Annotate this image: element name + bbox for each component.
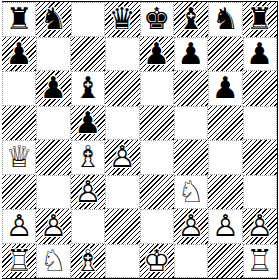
black-pawn-piece: ♟ — [40, 73, 67, 103]
square-g7 — [208, 37, 242, 72]
square-g2: ♟♙ — [208, 209, 242, 244]
pawn-outline-glyph: ♙ — [6, 211, 33, 241]
square-f6 — [174, 71, 208, 106]
white-pawn-piece: ♟♙ — [40, 211, 67, 241]
black-knight-piece: ♞ — [40, 4, 67, 34]
square-g5 — [208, 106, 242, 141]
pawn-outline-glyph: ♙ — [74, 177, 101, 207]
white-pawn-piece: ♟♙ — [74, 177, 101, 207]
black-bishop-piece: ♝ — [74, 73, 101, 103]
square-h3 — [243, 175, 277, 210]
black-bishop-piece: ♝ — [178, 4, 205, 34]
black-pawn-piece: ♟ — [143, 39, 170, 69]
square-f7: ♟ — [174, 37, 208, 72]
square-b5 — [36, 106, 70, 141]
white-bishop-piece: ♝♗ — [74, 246, 101, 276]
square-g4 — [208, 140, 242, 175]
square-g1 — [208, 244, 242, 279]
white-queen-piece: ♛♕ — [6, 142, 33, 172]
square-b3 — [36, 175, 70, 210]
square-a5 — [2, 106, 36, 141]
square-e3 — [140, 175, 174, 210]
square-a3 — [2, 175, 36, 210]
square-e8: ♚ — [140, 2, 174, 37]
square-b2: ♟♙ — [36, 209, 70, 244]
queen-outline-glyph: ♕ — [6, 142, 33, 172]
square-h2: ♟♙ — [243, 209, 277, 244]
square-c7 — [71, 37, 105, 72]
square-e6 — [140, 71, 174, 106]
square-e7: ♟ — [140, 37, 174, 72]
square-g3 — [208, 175, 242, 210]
square-a7: ♟ — [2, 37, 36, 72]
square-a6 — [2, 71, 36, 106]
square-c2 — [71, 209, 105, 244]
square-e2 — [140, 209, 174, 244]
square-h6 — [243, 71, 277, 106]
pawn-outline-glyph: ♙ — [40, 211, 67, 241]
white-king-piece: ♚♔ — [143, 246, 170, 276]
rook-outline-glyph: ♖ — [6, 246, 33, 276]
black-knight-piece: ♞ — [212, 4, 239, 34]
knight-outline-glyph: ♘ — [40, 246, 67, 276]
square-f1 — [174, 244, 208, 279]
square-h4 — [243, 140, 277, 175]
square-f3: ♞♘ — [174, 175, 208, 210]
square-d5 — [105, 106, 139, 141]
square-g6: ♟ — [208, 71, 242, 106]
king-outline-glyph: ♔ — [143, 246, 170, 276]
square-h7: ♟ — [243, 37, 277, 72]
square-b7 — [36, 37, 70, 72]
square-g8: ♞ — [208, 2, 242, 37]
square-d1 — [105, 244, 139, 279]
square-e1: ♚♔ — [140, 244, 174, 279]
square-d2 — [105, 209, 139, 244]
square-b8: ♞ — [36, 2, 70, 37]
white-bishop-piece: ♝♗ — [74, 142, 101, 172]
bishop-outline-glyph: ♗ — [74, 142, 101, 172]
square-f2: ♟♙ — [174, 209, 208, 244]
square-e5 — [140, 106, 174, 141]
square-c1: ♝♗ — [71, 244, 105, 279]
square-c6: ♝ — [71, 71, 105, 106]
chess-board-diagram: ♜♞♛♚♝♞♜♟♟♟♟♟♝♟♟♛♕♝♗♟♙♟♙♞♘♟♙♟♙♟♙♟♙♟♙♜♖♞♘♝… — [0, 0, 279, 280]
white-pawn-piece: ♟♙ — [178, 211, 205, 241]
black-rook-piece: ♜ — [246, 4, 273, 34]
square-d6 — [105, 71, 139, 106]
square-c4: ♝♗ — [71, 140, 105, 175]
white-knight-piece: ♞♘ — [40, 246, 67, 276]
black-pawn-piece: ♟ — [74, 108, 101, 138]
square-a8: ♜ — [2, 2, 36, 37]
square-c5: ♟ — [71, 106, 105, 141]
chess-board: ♜♞♛♚♝♞♜♟♟♟♟♟♝♟♟♛♕♝♗♟♙♟♙♞♘♟♙♟♙♟♙♟♙♟♙♜♖♞♘♝… — [2, 2, 277, 278]
white-pawn-piece: ♟♙ — [6, 211, 33, 241]
black-king-piece: ♚ — [143, 4, 170, 34]
square-e4 — [140, 140, 174, 175]
square-a4: ♛♕ — [2, 140, 36, 175]
square-h5 — [243, 106, 277, 141]
square-d4: ♟♙ — [105, 140, 139, 175]
square-a1: ♜♖ — [2, 244, 36, 279]
square-h8: ♜ — [243, 2, 277, 37]
black-pawn-piece: ♟ — [178, 39, 205, 69]
square-a2: ♟♙ — [2, 209, 36, 244]
square-d3 — [105, 175, 139, 210]
pawn-outline-glyph: ♙ — [109, 142, 136, 172]
bishop-outline-glyph: ♗ — [74, 246, 101, 276]
square-d8: ♛ — [105, 2, 139, 37]
white-pawn-piece: ♟♙ — [212, 211, 239, 241]
rook-outline-glyph: ♖ — [246, 246, 273, 276]
black-pawn-piece: ♟ — [246, 39, 273, 69]
pawn-outline-glyph: ♙ — [212, 211, 239, 241]
pawn-outline-glyph: ♙ — [246, 211, 273, 241]
white-knight-piece: ♞♘ — [178, 177, 205, 207]
black-pawn-piece: ♟ — [6, 39, 33, 69]
square-b6: ♟ — [36, 71, 70, 106]
knight-outline-glyph: ♘ — [178, 177, 205, 207]
pawn-outline-glyph: ♙ — [178, 211, 205, 241]
square-b1: ♞♘ — [36, 244, 70, 279]
white-rook-piece: ♜♖ — [6, 246, 33, 276]
black-pawn-piece: ♟ — [212, 73, 239, 103]
square-h1: ♜♖ — [243, 244, 277, 279]
square-f8: ♝ — [174, 2, 208, 37]
white-rook-piece: ♜♖ — [246, 246, 273, 276]
square-c8 — [71, 2, 105, 37]
white-pawn-piece: ♟♙ — [109, 142, 136, 172]
black-queen-piece: ♛ — [109, 4, 136, 34]
white-pawn-piece: ♟♙ — [246, 211, 273, 241]
square-c3: ♟♙ — [71, 175, 105, 210]
black-rook-piece: ♜ — [6, 4, 33, 34]
square-b4 — [36, 140, 70, 175]
square-f4 — [174, 140, 208, 175]
square-d7 — [105, 37, 139, 72]
square-f5 — [174, 106, 208, 141]
